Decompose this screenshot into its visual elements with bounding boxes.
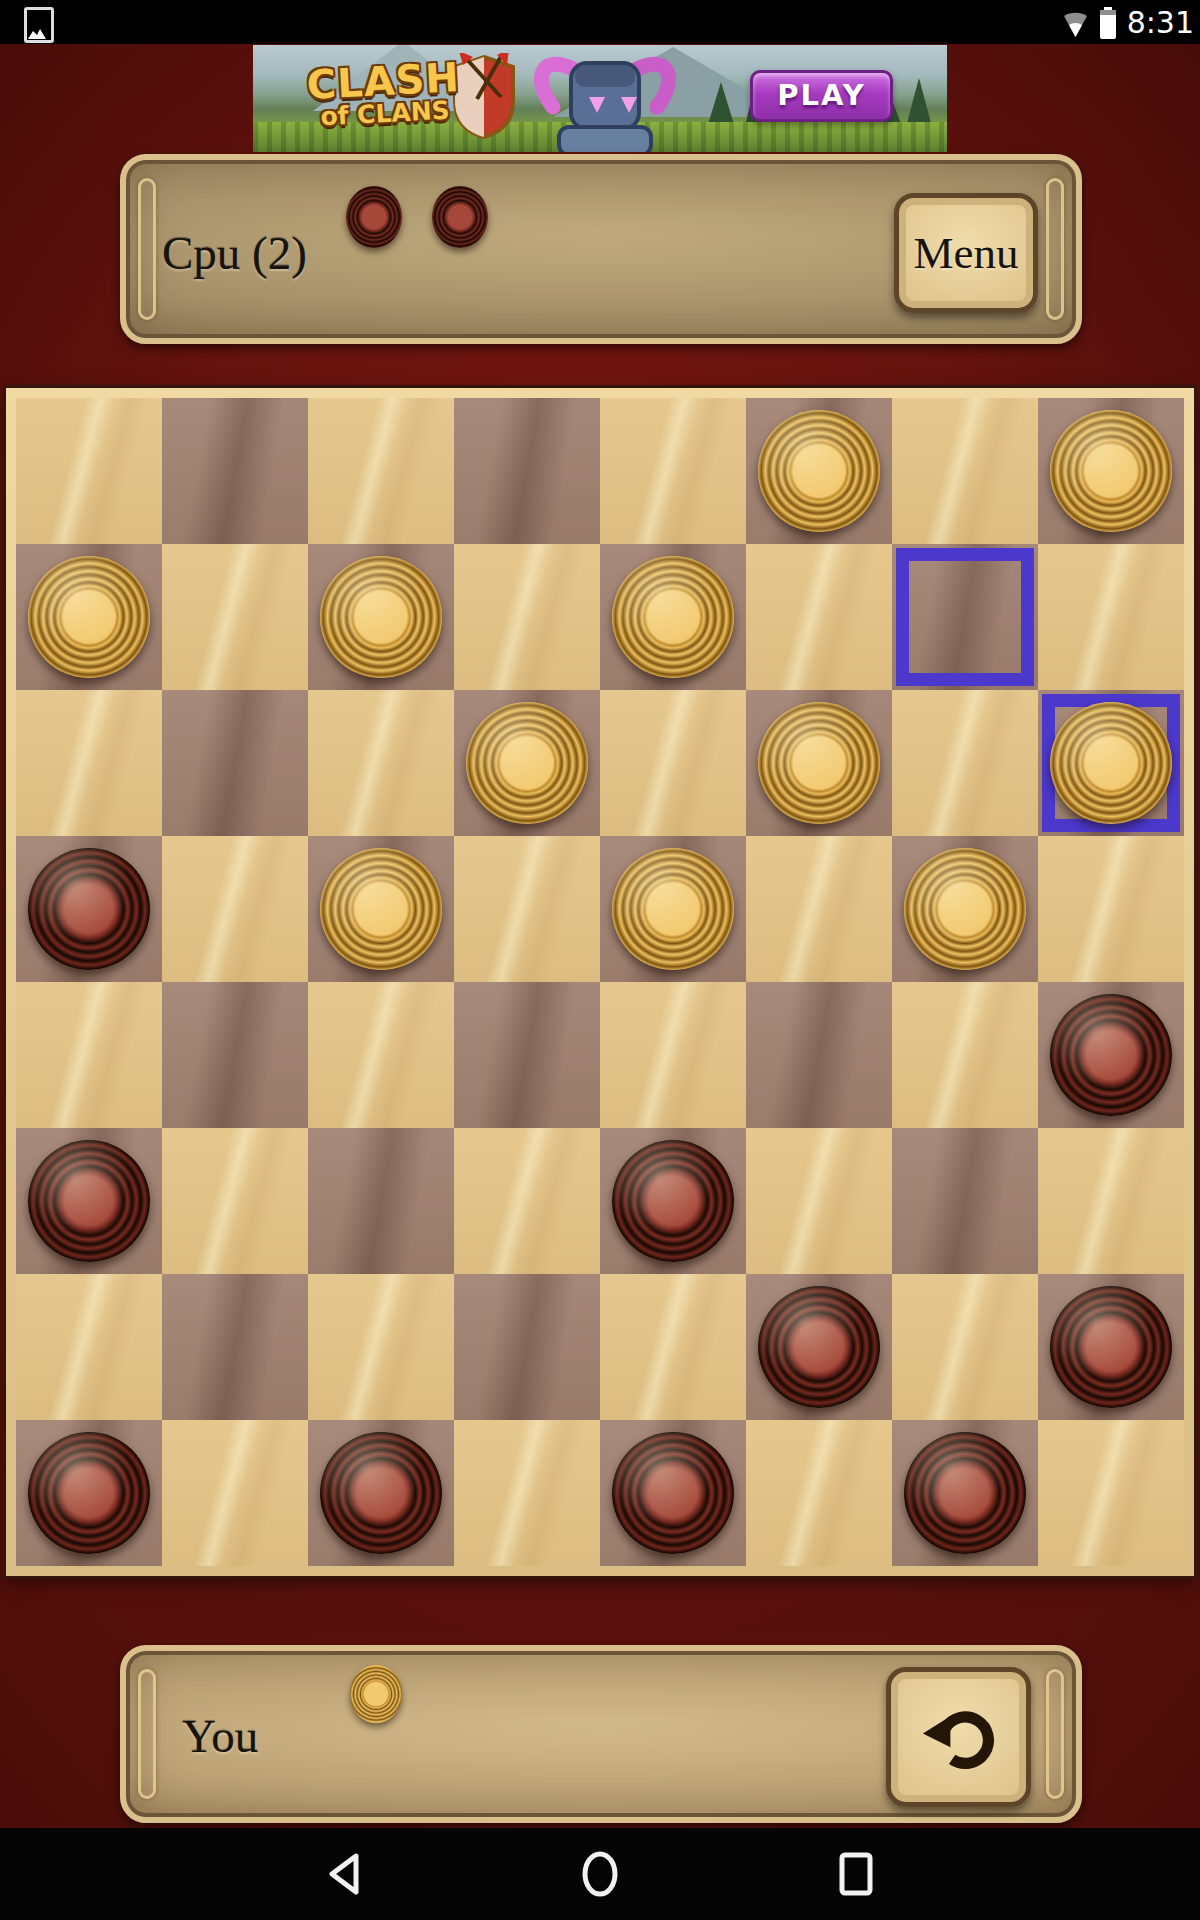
square-r2c5[interactable]	[746, 690, 892, 836]
square-r4c7[interactable]	[1038, 982, 1184, 1128]
square-r0c4	[600, 398, 746, 544]
square-r6c2	[308, 1274, 454, 1420]
square-r4c0	[16, 982, 162, 1128]
square-r7c0[interactable]	[16, 1420, 162, 1566]
square-r2c3[interactable]	[454, 690, 600, 836]
square-r5c3	[454, 1128, 600, 1274]
square-r0c0	[16, 398, 162, 544]
square-r2c7[interactable]	[1038, 690, 1184, 836]
square-r3c4[interactable]	[600, 836, 746, 982]
board-grid	[16, 398, 1184, 1566]
square-r4c5[interactable]	[746, 982, 892, 1128]
square-r7c4[interactable]	[600, 1420, 746, 1566]
android-nav-bar	[0, 1828, 1200, 1920]
square-r1c4[interactable]	[600, 544, 746, 690]
square-r2c6	[892, 690, 1038, 836]
red-piece[interactable]	[612, 1140, 734, 1262]
square-r3c7	[1038, 836, 1184, 982]
battery-icon	[1099, 7, 1117, 39]
gold-piece[interactable]	[466, 702, 588, 824]
pekka-character	[515, 45, 695, 152]
square-r2c2	[308, 690, 454, 836]
you-panel: You	[120, 1645, 1082, 1823]
square-r6c5[interactable]	[746, 1274, 892, 1420]
panel-flourish-right	[1046, 1669, 1064, 1799]
square-r3c0[interactable]	[16, 836, 162, 982]
square-r1c6[interactable]	[892, 544, 1038, 690]
panel-flourish-left	[138, 178, 156, 320]
ad-logo: CLASH of CLANS	[277, 56, 490, 133]
square-r7c2[interactable]	[308, 1420, 454, 1566]
gold-piece[interactable]	[612, 848, 734, 970]
undo-arrow-icon	[916, 1694, 1002, 1780]
clock-time: 8:31	[1127, 5, 1194, 40]
red-piece[interactable]	[28, 1140, 150, 1262]
cpu-label: Cpu (2)	[162, 226, 307, 280]
square-r2c0	[16, 690, 162, 836]
square-r6c3[interactable]	[454, 1274, 600, 1420]
back-button[interactable]	[322, 1850, 366, 1898]
red-piece[interactable]	[1050, 994, 1172, 1116]
square-r0c3[interactable]	[454, 398, 600, 544]
square-r5c4[interactable]	[600, 1128, 746, 1274]
gold-piece[interactable]	[1050, 410, 1172, 532]
panel-flourish-left	[138, 1669, 156, 1799]
square-r5c1	[162, 1128, 308, 1274]
square-r4c2	[308, 982, 454, 1128]
square-r7c7	[1038, 1420, 1184, 1566]
red-piece[interactable]	[320, 1432, 442, 1554]
you-captured-tray	[350, 1665, 402, 1723]
red-piece[interactable]	[28, 1432, 150, 1554]
square-r3c3	[454, 836, 600, 982]
square-r3c1	[162, 836, 308, 982]
square-r5c7	[1038, 1128, 1184, 1274]
red-piece[interactable]	[758, 1286, 880, 1408]
undo-button[interactable]	[886, 1667, 1031, 1807]
square-r0c1[interactable]	[162, 398, 308, 544]
square-r5c6[interactable]	[892, 1128, 1038, 1274]
square-r4c1[interactable]	[162, 982, 308, 1128]
screenshot-icon	[24, 7, 54, 43]
square-r1c7	[1038, 544, 1184, 690]
square-r3c6[interactable]	[892, 836, 1038, 982]
gold-piece[interactable]	[612, 556, 734, 678]
ad-banner[interactable]: CLASH of CLANS PLAY	[253, 45, 947, 152]
ad-play-button[interactable]: PLAY	[750, 70, 893, 122]
square-r0c6	[892, 398, 1038, 544]
captured-red-piece	[346, 186, 402, 248]
red-piece[interactable]	[612, 1432, 734, 1554]
app-screen: 8:31 CLASH of CLANS	[0, 0, 1200, 1920]
panel-flourish-right	[1046, 178, 1064, 320]
square-r0c2	[308, 398, 454, 544]
square-r1c1	[162, 544, 308, 690]
gold-piece[interactable]	[28, 556, 150, 678]
you-label: You	[182, 1709, 258, 1763]
captured-red-piece	[432, 186, 488, 248]
home-button[interactable]	[578, 1850, 622, 1898]
gold-piece[interactable]	[320, 556, 442, 678]
square-r4c3[interactable]	[454, 982, 600, 1128]
status-bar: 8:31	[0, 0, 1200, 44]
cpu-panel: Cpu (2) Menu	[120, 154, 1082, 344]
square-r4c4	[600, 982, 746, 1128]
square-r6c4	[600, 1274, 746, 1420]
gold-piece[interactable]	[758, 702, 880, 824]
square-r6c0	[16, 1274, 162, 1420]
square-r2c4	[600, 690, 746, 836]
square-r1c2[interactable]	[308, 544, 454, 690]
gold-piece[interactable]	[1050, 702, 1172, 824]
cpu-captured-tray	[346, 186, 488, 248]
square-r1c0[interactable]	[16, 544, 162, 690]
square-r3c5	[746, 836, 892, 982]
gold-piece[interactable]	[758, 410, 880, 532]
square-r5c2[interactable]	[308, 1128, 454, 1274]
square-r0c5[interactable]	[746, 398, 892, 544]
square-r6c1[interactable]	[162, 1274, 308, 1420]
square-r2c1[interactable]	[162, 690, 308, 836]
wifi-icon	[1062, 7, 1089, 39]
square-r7c1	[162, 1420, 308, 1566]
square-r3c2[interactable]	[308, 836, 454, 982]
gold-piece[interactable]	[904, 848, 1026, 970]
square-r5c5	[746, 1128, 892, 1274]
captured-gold-piece	[350, 1665, 402, 1723]
red-piece[interactable]	[1050, 1286, 1172, 1408]
red-piece[interactable]	[28, 848, 150, 970]
square-r0c7[interactable]	[1038, 398, 1184, 544]
gold-piece[interactable]	[320, 848, 442, 970]
square-r1c3	[454, 544, 600, 690]
square-r7c3	[454, 1420, 600, 1566]
square-r5c0[interactable]	[16, 1128, 162, 1274]
checkers-board	[6, 388, 1194, 1576]
recents-button[interactable]	[834, 1850, 878, 1898]
square-r4c6	[892, 982, 1038, 1128]
mountain-glyph	[28, 27, 46, 39]
square-r1c5	[746, 544, 892, 690]
square-r6c7[interactable]	[1038, 1274, 1184, 1420]
menu-button[interactable]: Menu	[894, 193, 1038, 313]
red-piece[interactable]	[904, 1432, 1026, 1554]
menu-button-label: Menu	[914, 227, 1019, 279]
square-r7c6[interactable]	[892, 1420, 1038, 1566]
square-r7c5	[746, 1420, 892, 1566]
square-r6c6	[892, 1274, 1038, 1420]
